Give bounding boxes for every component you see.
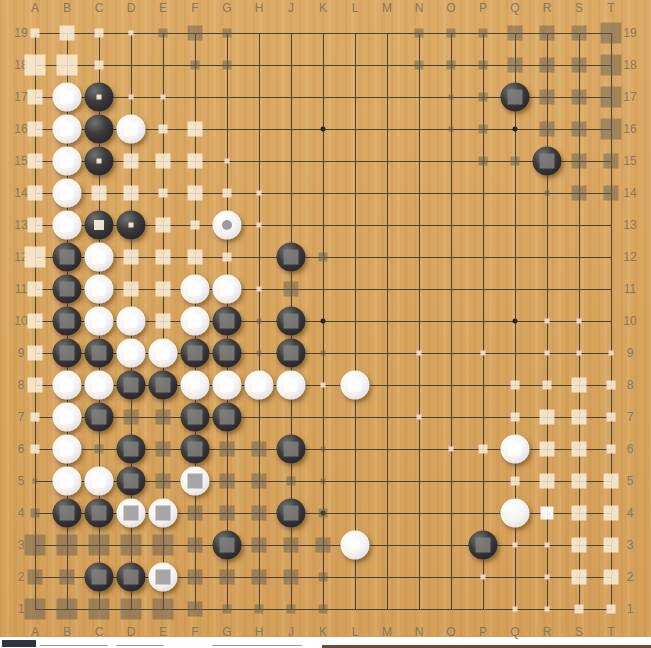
column-label: B [63,626,71,638]
column-label: F [191,626,198,638]
territory-marker-white [25,55,46,76]
territory-marker-black [284,570,299,585]
territory-marker-black [255,605,264,614]
ownership-mark-black [540,154,555,169]
territory-marker-black [415,61,424,70]
column-label: Q [510,626,519,638]
dead-mark-on-white [156,570,171,585]
territory-marker-white [28,282,43,297]
alive-mark-white [509,443,522,456]
ownership-mark-black [284,442,299,457]
territory-marker-black [540,90,555,105]
ownership-mark-black [92,346,107,361]
row-label: 13 [14,219,27,231]
territory-marker-white [545,543,550,548]
territory-marker-black [188,26,203,41]
ownership-mark-black [60,250,75,265]
column-label: E [159,626,167,638]
column-label: G [222,626,231,638]
territory-marker-white [604,506,619,521]
territory-marker-white [417,415,422,420]
territory-marker-black [252,442,267,457]
territory-marker-white [479,445,488,454]
ownership-mark-black [188,442,203,457]
territory-marker-white [28,154,43,169]
territory-marker-white [545,575,550,580]
column-label: T [607,626,614,638]
row-label: 9 [18,347,25,359]
territory-marker-black [604,154,619,169]
territory-marker-black [479,29,488,38]
territory-marker-black [287,477,296,486]
territory-marker-white [28,346,43,361]
territory-marker-white [511,413,520,422]
alive-mark-white [61,379,74,392]
territory-marker-white [540,474,555,489]
territory-marker-white [609,351,614,356]
territory-marker-white [31,413,40,422]
territory-marker-white [545,351,550,356]
row-label: 11 [15,283,27,295]
ownership-mark-black [284,346,299,361]
alive-mark-white [61,91,74,104]
row-label: 12 [623,251,636,263]
stone-white[interactable] [501,499,530,528]
territory-marker-black [321,479,326,484]
territory-marker-white [129,31,134,36]
alive-mark-white [349,379,362,392]
territory-marker-white [124,186,139,201]
territory-marker-black [252,506,267,521]
stone-black[interactable] [85,115,114,144]
territory-marker-white [607,445,616,454]
territory-marker-black [545,191,550,196]
territory-marker-white [511,381,520,390]
territory-marker-black [540,26,555,41]
column-label: O [446,2,455,14]
territory-marker-white [577,351,582,356]
territory-marker-white [604,474,619,489]
row-label: 6 [18,443,25,455]
territory-marker-white [511,477,520,486]
alive-mark-white [221,379,234,392]
territory-marker-black [572,186,587,201]
territory-marker-white [607,413,616,422]
column-label: L [352,626,359,638]
last-move-marker [222,220,232,230]
territory-marker-white [604,538,619,553]
column-label: S [575,2,583,14]
alive-mark-white [285,379,298,392]
row-label: 14 [623,187,636,199]
territory-marker-black [220,442,235,457]
alive-mark-white [541,507,554,520]
ownership-mark-black [188,346,203,361]
territory-marker-white [28,378,43,393]
territory-marker-black [479,157,488,166]
column-label: N [415,626,424,638]
territory-marker-black [572,122,587,137]
ownership-mark-black [60,346,75,361]
bottom-ui-block [2,640,36,647]
ownership-mark-black [476,538,491,553]
dead-mark-on-black [129,223,134,228]
territory-marker-black [479,93,488,102]
row-label: 16 [14,123,27,135]
territory-marker-white [161,95,166,100]
column-label: M [382,2,392,14]
territory-marker-white [156,154,171,169]
territory-marker-white [31,445,40,454]
alive-mark-white [221,283,234,296]
column-label: H [255,626,264,638]
territory-marker-white [513,543,518,548]
grid-hline [35,417,612,418]
territory-marker-black [284,282,299,297]
dead-mark-on-white [188,474,203,489]
row-label: 14 [14,187,27,199]
territory-marker-white [156,250,171,265]
territory-marker-white [449,447,454,452]
column-label: K [319,2,327,14]
territory-marker-white [95,29,104,38]
territory-marker-white [188,122,203,137]
dead-mark-on-black [94,220,104,230]
row-label: 7 [627,411,634,423]
territory-marker-white [191,221,200,230]
row-label: 6 [627,443,634,455]
territory-marker-black [601,23,622,44]
territory-marker-white [572,442,587,457]
territory-marker-white [156,218,171,233]
ownership-mark-black [220,346,235,361]
column-label: M [382,626,392,638]
territory-marker-black [121,535,142,556]
territory-marker-black [220,570,235,585]
territory-marker-white [28,314,43,329]
dead-mark-on-white [124,506,139,521]
dead-mark-on-black [97,159,102,164]
territory-marker-white [607,605,616,614]
dead-mark-on-white [156,506,171,521]
territory-marker-white [604,570,619,585]
column-label: L [352,2,359,14]
territory-marker-black [252,570,267,585]
territory-marker-white [481,351,486,356]
territory-marker-black [121,599,142,620]
alive-mark-white [125,347,138,360]
territory-marker-white [572,474,587,489]
alive-mark-white [191,381,200,390]
territory-marker-white [159,189,168,198]
ownership-mark-black [284,506,299,521]
column-label: S [575,626,583,638]
territory-marker-white [188,250,203,265]
territory-marker-white [575,605,584,614]
territory-marker-black [188,506,203,521]
territory-marker-black [156,474,171,489]
row-label: 17 [623,91,636,103]
territory-marker-black [89,599,110,620]
row-label: 7 [18,411,25,423]
alive-mark-white [93,315,106,328]
territory-marker-black [220,506,235,521]
ownership-mark-black [220,538,235,553]
territory-marker-black [252,474,267,489]
territory-marker-black [89,535,110,556]
ownership-mark-black [188,410,203,425]
territory-marker-black [319,509,328,518]
row-label: 4 [18,507,25,519]
row-label: 18 [623,59,636,71]
territory-marker-white [257,191,262,196]
alive-mark-white [61,187,74,200]
column-label: N [415,2,424,14]
ownership-mark-black [508,90,523,105]
row-label: 16 [623,123,636,135]
territory-marker-black [156,410,171,425]
territory-marker-black [572,154,587,169]
territory-marker-black [449,95,454,100]
territory-marker-white [57,55,78,76]
territory-marker-black [188,602,203,617]
row-label: 3 [18,539,25,551]
territory-marker-black [447,61,456,70]
column-label: P [479,2,487,14]
dead-mark-on-black [97,95,102,100]
territory-marker-white [417,351,422,356]
alive-mark-white [61,219,74,232]
row-label: 15 [623,155,636,167]
territory-marker-black [223,29,232,38]
territory-marker-black [191,61,200,70]
territory-marker-white [540,442,555,457]
territory-marker-black [604,186,619,201]
column-label: A [31,626,39,638]
alive-mark-white [351,541,360,550]
territory-marker-white [60,26,75,41]
territory-marker-white [92,186,107,201]
territory-marker-black [415,29,424,38]
territory-marker-black [57,535,78,556]
territory-marker-white [31,29,40,38]
territory-marker-black [188,538,203,553]
territory-marker-white [540,410,555,425]
territory-marker-black [316,538,331,553]
go-app-window: AA1919BB1818CC1717DD1616EE1515FF1414GG13… [0,0,651,648]
column-label: T [607,2,614,14]
row-label: 8 [18,379,25,391]
row-label: 17 [14,91,27,103]
territory-marker-black [447,29,456,38]
ownership-mark-black [124,442,139,457]
territory-marker-white [159,125,168,134]
column-label: F [191,2,198,14]
territory-marker-white [95,61,104,70]
territory-marker-white [607,381,616,390]
column-label: D [127,2,136,14]
territory-marker-black [284,538,299,553]
territory-marker-black [321,447,326,452]
row-label: 15 [14,155,27,167]
column-label: R [543,626,552,638]
grid-vline [387,33,388,610]
ownership-mark-black [156,378,171,393]
row-label: 1 [627,603,634,615]
territory-marker-white [572,378,587,393]
ownership-mark-black [124,570,139,585]
territory-marker-black [321,351,326,356]
territory-marker-black [601,55,622,76]
alive-mark-white [61,443,74,456]
star-point [321,127,326,132]
ownership-mark-black [60,506,75,521]
territory-marker-white [545,607,550,612]
row-label: 10 [623,315,636,327]
territory-marker-black [223,605,232,614]
alive-mark-white [157,347,170,360]
column-label: H [255,2,264,14]
territory-marker-black [223,61,232,70]
territory-marker-white [28,122,43,137]
territory-marker-white [156,282,171,297]
territory-marker-black [33,479,38,484]
row-label: 13 [623,219,636,231]
row-label: 5 [627,475,634,487]
territory-marker-black [95,445,104,454]
ownership-mark-black [92,506,107,521]
territory-marker-black [479,61,488,70]
column-label: D [127,626,136,638]
territory-marker-black [124,410,139,425]
territory-marker-white [28,186,43,201]
territory-marker-white [545,319,550,324]
bottom-ui-rule [212,645,302,646]
territory-marker-black [449,127,454,132]
row-label: 8 [627,379,634,391]
territory-marker-black [511,157,520,166]
row-label: 19 [623,27,636,39]
ownership-mark-black [284,250,299,265]
territory-marker-white [321,383,326,388]
territory-marker-white [572,570,587,585]
territory-marker-white [124,154,139,169]
alive-mark-white [93,251,106,264]
bottom-ui-rule [116,645,164,646]
territory-marker-black [252,538,267,553]
ownership-mark-black [220,410,235,425]
bottom-ui-rule [40,645,108,646]
territory-marker-black [31,509,40,518]
ownership-mark-black [124,474,139,489]
ownership-mark-black [220,314,235,329]
territory-marker-white [129,95,134,100]
alive-mark-white [253,379,266,392]
alive-mark-white [93,283,106,296]
grid-vline [355,33,356,610]
territory-marker-black [257,351,262,356]
alive-mark-white [61,475,74,488]
territory-marker-black [159,29,168,38]
territory-marker-white [225,159,230,164]
territory-marker-black [572,90,587,105]
grid-vline [483,33,484,610]
territory-marker-black [319,573,328,582]
territory-marker-black [601,119,622,140]
alive-mark-white [125,123,138,136]
territory-marker-white [543,381,552,390]
territory-marker-white [572,538,587,553]
territory-marker-black [60,570,75,585]
row-label: 11 [624,283,636,295]
territory-marker-white [481,575,486,580]
territory-marker-black [25,599,46,620]
ownership-mark-black [92,570,107,585]
grid-vline [451,33,452,610]
column-label: G [222,2,231,14]
column-label: B [63,2,71,14]
column-label: Q [510,2,519,14]
territory-marker-white [513,607,518,612]
territory-marker-black [508,26,523,41]
territory-marker-white [156,314,171,329]
territory-marker-white [223,253,232,262]
ownership-mark-black [284,314,299,329]
star-point [321,319,326,324]
territory-marker-black [479,125,488,134]
territory-marker-black [156,442,171,457]
territory-marker-black [508,58,523,73]
territory-marker-black [153,535,174,556]
alive-mark-white [93,379,106,392]
territory-marker-black [540,58,555,73]
row-label: 5 [18,475,25,487]
column-label: J [288,626,294,638]
grid-vline [419,33,420,610]
column-label: C [95,2,104,14]
territory-marker-white [223,189,232,198]
column-label: C [95,626,104,638]
territory-marker-white [572,506,587,521]
ownership-mark-black [92,410,107,425]
territory-marker-black [572,58,587,73]
row-label: 9 [627,347,634,359]
territory-marker-white [572,410,587,425]
alive-mark-white [61,123,74,136]
territory-marker-black [188,570,203,585]
territory-marker-white [257,223,262,228]
territory-marker-black [601,87,622,108]
column-label: O [446,626,455,638]
territory-marker-white [124,282,139,297]
territory-marker-black [257,319,262,324]
territory-marker-black [319,253,328,262]
alive-mark-white [125,315,138,328]
column-label: R [543,2,552,14]
territory-marker-white [28,90,43,105]
star-point [513,319,518,324]
territory-marker-black [57,599,78,620]
territory-marker-black [319,605,328,614]
territory-marker-white [25,247,46,268]
territory-marker-white [188,186,203,201]
row-label: 4 [627,507,634,519]
row-label: 2 [627,571,634,583]
ownership-mark-black [60,282,75,297]
alive-mark-white [61,411,74,424]
alive-mark-white [61,155,74,168]
ownership-mark-black [124,378,139,393]
